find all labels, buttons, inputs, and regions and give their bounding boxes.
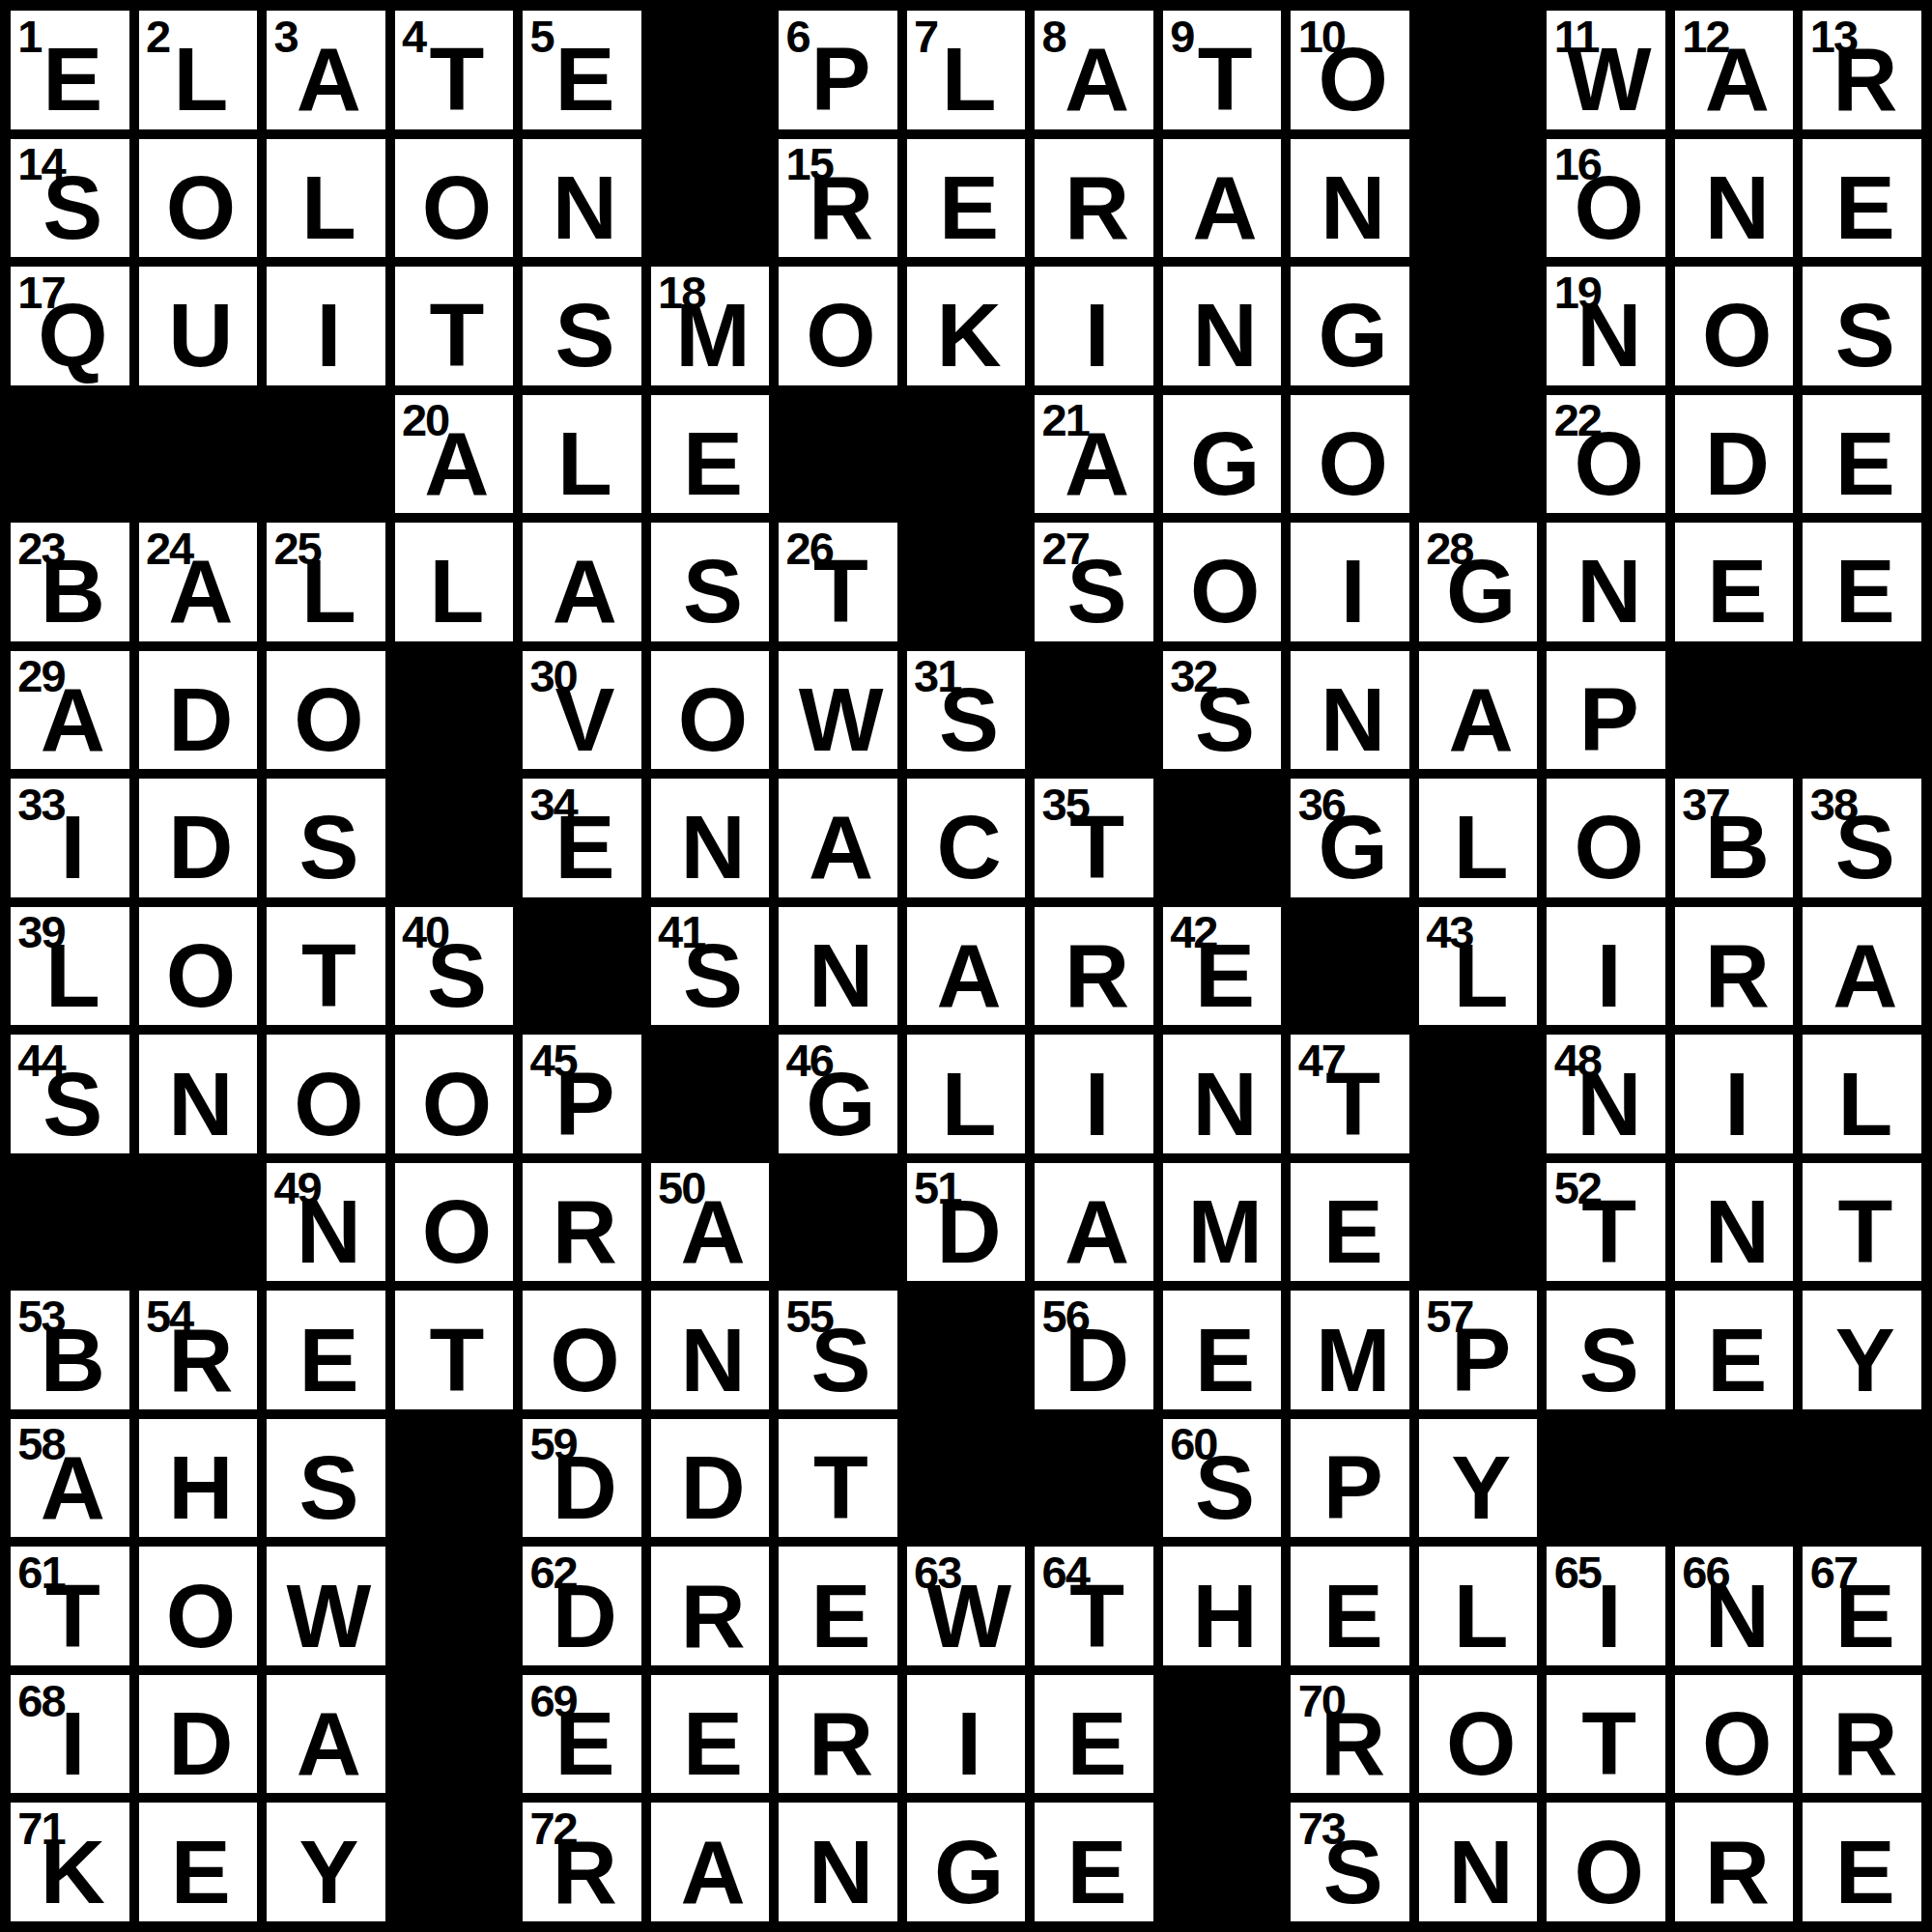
cell-r11c1[interactable]: 53B — [6, 1286, 134, 1414]
cell-r14c8[interactable]: I — [902, 1670, 1031, 1799]
cell-r10c13[interactable]: 52T — [1542, 1158, 1670, 1287]
cell-r6c2[interactable]: D — [134, 646, 263, 775]
cell-r6c8[interactable]: 31S — [902, 646, 1031, 775]
cell-r5c11[interactable]: I — [1286, 518, 1414, 646]
cell-r13c6[interactable]: R — [646, 1542, 775, 1670]
cell-r9c13[interactable]: 48N — [1542, 1030, 1670, 1158]
cell-r10c5[interactable]: R — [518, 1158, 646, 1287]
cell-r2c14[interactable]: N — [1670, 134, 1799, 263]
black-cell-r6c14 — [1670, 646, 1799, 775]
cell-r12c5[interactable]: 59D — [518, 1414, 646, 1543]
cell-r11c3[interactable]: E — [262, 1286, 390, 1414]
cell-r1c4[interactable]: 4T — [390, 6, 519, 134]
cell-r4c15[interactable]: E — [1798, 390, 1926, 519]
cell-r14c6[interactable]: E — [646, 1670, 775, 1799]
cell-r2c8[interactable]: E — [902, 134, 1031, 263]
cell-r4c14[interactable]: D — [1670, 390, 1799, 519]
cell-r9c8[interactable]: L — [902, 1030, 1031, 1158]
cell-letter: O — [395, 1060, 514, 1150]
cell-r9c14[interactable]: I — [1670, 1030, 1799, 1158]
cell-r6c1[interactable]: 29A — [6, 646, 134, 775]
cell-letter: W — [907, 1572, 1026, 1662]
cell-r14c5[interactable]: 69E — [518, 1670, 646, 1799]
cell-letter: Y — [1419, 1443, 1538, 1533]
cell-r3c8[interactable]: K — [902, 262, 1031, 390]
cell-r13c7[interactable]: E — [774, 1542, 902, 1670]
cell-r11c6[interactable]: N — [646, 1286, 775, 1414]
cell-r12c7[interactable]: T — [774, 1414, 902, 1543]
cell-r5c13[interactable]: N — [1542, 518, 1670, 646]
cell-letter: E — [523, 1699, 641, 1789]
black-cell-r7c4 — [390, 774, 519, 902]
cell-letter: E — [651, 419, 770, 509]
cell-r15c1[interactable]: 71K — [6, 1798, 134, 1926]
cell-r4c10[interactable]: G — [1158, 390, 1287, 519]
cell-r13c9[interactable]: 64T — [1030, 1542, 1158, 1670]
cell-letter: L — [1419, 1572, 1538, 1662]
cell-r9c7[interactable]: 46G — [774, 1030, 902, 1158]
cell-r6c12[interactable]: A — [1414, 646, 1543, 775]
cell-r3c13[interactable]: 19N — [1542, 262, 1670, 390]
cell-r3c1[interactable]: 17Q — [6, 262, 134, 390]
cell-r12c3[interactable]: S — [262, 1414, 390, 1543]
cell-r4c9[interactable]: 21A — [1030, 390, 1158, 519]
cell-letter: B — [1675, 803, 1794, 893]
cell-r12c6[interactable]: D — [646, 1414, 775, 1543]
cell-r13c5[interactable]: 62D — [518, 1542, 646, 1670]
cell-letter: L — [1803, 1060, 1921, 1150]
cell-letter: H — [1163, 1572, 1282, 1662]
cell-r6c3[interactable]: O — [262, 646, 390, 775]
cell-letter: Q — [11, 291, 129, 381]
cell-r1c2[interactable]: 2L — [134, 6, 263, 134]
cell-r2c2[interactable]: O — [134, 134, 263, 263]
cell-r1c9[interactable]: 8A — [1030, 6, 1158, 134]
black-cell-r6c4 — [390, 646, 519, 775]
black-cell-r2c6 — [646, 134, 775, 263]
cell-letter: M — [1291, 1316, 1409, 1406]
cell-r14c14[interactable]: O — [1670, 1670, 1799, 1799]
cell-letter: I — [1547, 1572, 1665, 1662]
cell-letter: I — [1035, 1060, 1153, 1150]
cell-r15c7[interactable]: N — [774, 1798, 902, 1926]
cell-r6c10[interactable]: 32S — [1158, 646, 1287, 775]
cell-r13c8[interactable]: 63W — [902, 1542, 1031, 1670]
cell-letter: A — [1035, 1187, 1153, 1277]
cell-r8c6[interactable]: 41S — [646, 902, 775, 1031]
cell-letter: O — [395, 1187, 514, 1277]
cell-letter: O — [267, 1060, 385, 1150]
cell-r9c10[interactable]: N — [1158, 1030, 1287, 1158]
cell-letter: G — [779, 1060, 897, 1150]
cell-letter: L — [267, 163, 385, 253]
cell-r7c14[interactable]: 37B — [1670, 774, 1799, 902]
cell-r1c13[interactable]: 11W — [1542, 6, 1670, 134]
cell-r6c13[interactable]: P — [1542, 646, 1670, 775]
cell-letter: S — [1547, 1316, 1665, 1406]
cell-r11c14[interactable]: E — [1670, 1286, 1799, 1414]
cell-r15c2[interactable]: E — [134, 1798, 263, 1926]
cell-letter: R — [523, 1828, 641, 1918]
cell-letter: R — [139, 1316, 258, 1406]
cell-r15c13[interactable]: O — [1542, 1798, 1670, 1926]
cell-letter: S — [523, 291, 641, 381]
cell-r10c10[interactable]: M — [1158, 1158, 1287, 1287]
cell-r7c6[interactable]: N — [646, 774, 775, 902]
cell-r10c8[interactable]: 51D — [902, 1158, 1031, 1287]
cell-letter: T — [395, 291, 514, 381]
cell-r9c4[interactable]: O — [390, 1030, 519, 1158]
cell-r4c13[interactable]: 22O — [1542, 390, 1670, 519]
cell-r5c15[interactable]: E — [1798, 518, 1926, 646]
cell-r10c6[interactable]: 50A — [646, 1158, 775, 1287]
cell-r5c4[interactable]: L — [390, 518, 519, 646]
cell-r7c7[interactable]: A — [774, 774, 902, 902]
cell-r9c5[interactable]: 45P — [518, 1030, 646, 1158]
cell-letter: U — [139, 291, 258, 381]
black-cell-r4c7 — [774, 390, 902, 519]
cell-r3c5[interactable]: S — [518, 262, 646, 390]
cell-r10c14[interactable]: N — [1670, 1158, 1799, 1287]
cell-r14c12[interactable]: O — [1414, 1670, 1543, 1799]
cell-r5c12[interactable]: 28G — [1414, 518, 1543, 646]
cell-r3c11[interactable]: G — [1286, 262, 1414, 390]
cell-letter: O — [1419, 1699, 1538, 1789]
cell-r11c7[interactable]: 55S — [774, 1286, 902, 1414]
cell-r15c5[interactable]: 72R — [518, 1798, 646, 1926]
cell-r15c14[interactable]: R — [1670, 1798, 1799, 1926]
cell-r13c12[interactable]: L — [1414, 1542, 1543, 1670]
cell-r5c14[interactable]: E — [1670, 518, 1799, 646]
cell-r4c11[interactable]: O — [1286, 390, 1414, 519]
cell-r9c1[interactable]: 44S — [6, 1030, 134, 1158]
cell-r5c5[interactable]: A — [518, 518, 646, 646]
cell-letter: E — [779, 1572, 897, 1662]
cell-r7c12[interactable]: L — [1414, 774, 1543, 902]
cell-letter: O — [395, 163, 514, 253]
cell-r5c2[interactable]: 24A — [134, 518, 263, 646]
cell-r10c4[interactable]: O — [390, 1158, 519, 1287]
cell-letter: E — [1035, 1828, 1153, 1918]
cell-r5c9[interactable]: 27S — [1030, 518, 1158, 646]
cell-letter: R — [1035, 931, 1153, 1021]
cell-r14c13[interactable]: T — [1542, 1670, 1670, 1799]
cell-letter: R — [1675, 931, 1794, 1021]
cell-r14c7[interactable]: R — [774, 1670, 902, 1799]
cell-letter: L — [11, 931, 129, 1021]
cell-r11c9[interactable]: 56D — [1030, 1286, 1158, 1414]
cell-r8c13[interactable]: I — [1542, 902, 1670, 1031]
cell-r6c11[interactable]: N — [1286, 646, 1414, 775]
cell-letter: S — [651, 931, 770, 1021]
cell-r14c15[interactable]: R — [1798, 1670, 1926, 1799]
black-cell-r12c8 — [902, 1414, 1031, 1543]
cell-r15c3[interactable]: Y — [262, 1798, 390, 1926]
cell-r13c3[interactable]: W — [262, 1542, 390, 1670]
cell-r8c7[interactable]: N — [774, 902, 902, 1031]
cell-letter: E — [651, 1699, 770, 1789]
cell-r11c12[interactable]: 57P — [1414, 1286, 1543, 1414]
black-cell-r5c8 — [902, 518, 1031, 646]
cell-r6c7[interactable]: W — [774, 646, 902, 775]
black-cell-r14c4 — [390, 1670, 519, 1799]
cell-letter: Y — [1803, 1316, 1921, 1406]
cell-letter: S — [779, 1316, 897, 1406]
black-cell-r1c6 — [646, 6, 775, 134]
cell-r13c10[interactable]: H — [1158, 1542, 1287, 1670]
cell-r15c8[interactable]: G — [902, 1798, 1031, 1926]
cell-r1c7[interactable]: 6P — [774, 6, 902, 134]
cell-r7c2[interactable]: D — [134, 774, 263, 902]
cell-letter: A — [267, 35, 385, 125]
cell-r13c11[interactable]: E — [1286, 1542, 1414, 1670]
cell-r7c5[interactable]: 34E — [518, 774, 646, 902]
cell-r13c2[interactable]: O — [134, 1542, 263, 1670]
cell-r1c3[interactable]: 3A — [262, 6, 390, 134]
cell-r12c10[interactable]: 60S — [1158, 1414, 1287, 1543]
cell-r12c1[interactable]: 58A — [6, 1414, 134, 1543]
cell-r5c7[interactable]: 26T — [774, 518, 902, 646]
cell-letter: D — [1035, 1316, 1153, 1406]
cell-r8c8[interactable]: A — [902, 902, 1031, 1031]
cell-letter: O — [1547, 803, 1665, 893]
cell-letter: R — [1803, 1699, 1921, 1789]
cell-letter: E — [1803, 419, 1921, 509]
cell-r6c6[interactable]: O — [646, 646, 775, 775]
cell-r8c3[interactable]: T — [262, 902, 390, 1031]
cell-r1c11[interactable]: 10O — [1286, 6, 1414, 134]
cell-r2c13[interactable]: 16O — [1542, 134, 1670, 263]
cell-letter: O — [1675, 1699, 1794, 1789]
cell-r12c2[interactable]: H — [134, 1414, 263, 1543]
cell-letter: D — [139, 803, 258, 893]
cell-r13c15[interactable]: 67E — [1798, 1542, 1926, 1670]
cell-r7c15[interactable]: 38S — [1798, 774, 1926, 902]
cell-r15c12[interactable]: N — [1414, 1798, 1543, 1926]
cell-letter: O — [139, 931, 258, 1021]
cell-letter: A — [651, 1828, 770, 1918]
cell-r6c5[interactable]: 30V — [518, 646, 646, 775]
cell-letter: A — [1035, 419, 1153, 509]
cell-letter: N — [1675, 1572, 1794, 1662]
cell-letter: G — [1291, 291, 1409, 381]
cell-letter: E — [267, 1316, 385, 1406]
cell-r9c2[interactable]: N — [134, 1030, 263, 1158]
cell-r3c4[interactable]: T — [390, 262, 519, 390]
cell-r4c4[interactable]: 20A — [390, 390, 519, 519]
black-cell-r10c12 — [1414, 1158, 1543, 1287]
cell-r11c5[interactable]: O — [518, 1286, 646, 1414]
cell-letter: S — [907, 675, 1026, 765]
cell-letter: N — [1547, 547, 1665, 637]
cell-letter: S — [651, 547, 770, 637]
cell-letter: R — [651, 1572, 770, 1662]
cell-letter: T — [395, 1316, 514, 1406]
cell-r3c2[interactable]: U — [134, 262, 263, 390]
cell-r5c1[interactable]: 23B — [6, 518, 134, 646]
cell-letter: N — [1675, 163, 1794, 253]
cell-r7c13[interactable]: O — [1542, 774, 1670, 902]
cell-r9c11[interactable]: 47T — [1286, 1030, 1414, 1158]
cell-r1c8[interactable]: 7L — [902, 6, 1031, 134]
black-cell-r8c11 — [1286, 902, 1414, 1031]
cell-r7c8[interactable]: C — [902, 774, 1031, 902]
cell-letter: L — [267, 547, 385, 637]
cell-r11c13[interactable]: S — [1542, 1286, 1670, 1414]
cell-r10c11[interactable]: E — [1286, 1158, 1414, 1287]
cell-r7c11[interactable]: 36G — [1286, 774, 1414, 902]
cell-letter: I — [11, 803, 129, 893]
cell-letter: O — [1163, 547, 1282, 637]
black-cell-r4c1 — [6, 390, 134, 519]
cell-r15c6[interactable]: A — [646, 1798, 775, 1926]
cell-r8c14[interactable]: R — [1670, 902, 1799, 1031]
cell-r15c9[interactable]: E — [1030, 1798, 1158, 1926]
cell-r14c1[interactable]: 68I — [6, 1670, 134, 1799]
cell-letter: N — [651, 1316, 770, 1406]
cell-letter: S — [267, 803, 385, 893]
cell-letter: R — [1803, 35, 1921, 125]
cell-r14c3[interactable]: A — [262, 1670, 390, 1799]
cell-letter: S — [1163, 675, 1282, 765]
cell-r2c7[interactable]: 15R — [774, 134, 902, 263]
cell-letter: A — [779, 803, 897, 893]
cell-r2c9[interactable]: R — [1030, 134, 1158, 263]
black-cell-r3c12 — [1414, 262, 1543, 390]
cell-r12c11[interactable]: P — [1286, 1414, 1414, 1543]
cell-r1c14[interactable]: 12A — [1670, 6, 1799, 134]
cell-letter: M — [651, 291, 770, 381]
cell-r13c14[interactable]: 66N — [1670, 1542, 1799, 1670]
cell-r10c3[interactable]: 49N — [262, 1158, 390, 1287]
cell-r8c15[interactable]: A — [1798, 902, 1926, 1031]
cell-r5c6[interactable]: S — [646, 518, 775, 646]
cell-r3c6[interactable]: 18M — [646, 262, 775, 390]
cell-letter: T — [1547, 1187, 1665, 1277]
cell-r8c9[interactable]: R — [1030, 902, 1158, 1031]
cell-r11c2[interactable]: 54R — [134, 1286, 263, 1414]
cell-r3c10[interactable]: N — [1158, 262, 1287, 390]
cell-r14c9[interactable]: E — [1030, 1670, 1158, 1799]
black-cell-r9c12 — [1414, 1030, 1543, 1158]
cell-letter: R — [779, 1699, 897, 1789]
cell-r11c15[interactable]: Y — [1798, 1286, 1926, 1414]
cell-r8c10[interactable]: 42E — [1158, 902, 1287, 1031]
cell-r9c9[interactable]: I — [1030, 1030, 1158, 1158]
cell-letter: N — [1547, 1060, 1665, 1150]
cell-r7c3[interactable]: S — [262, 774, 390, 902]
cell-r12c12[interactable]: Y — [1414, 1414, 1543, 1543]
cell-letter: O — [651, 675, 770, 765]
cell-r13c1[interactable]: 61T — [6, 1542, 134, 1670]
cell-r11c11[interactable]: M — [1286, 1286, 1414, 1414]
cell-r14c2[interactable]: D — [134, 1670, 263, 1799]
black-cell-r1c12 — [1414, 6, 1543, 134]
cell-r3c7[interactable]: O — [774, 262, 902, 390]
black-cell-r10c7 — [774, 1158, 902, 1287]
cell-r7c9[interactable]: 35T — [1030, 774, 1158, 902]
cell-r2c1[interactable]: 14S — [6, 134, 134, 263]
cell-letter: M — [1163, 1187, 1282, 1277]
cell-letter: O — [267, 675, 385, 765]
cell-letter: D — [651, 1443, 770, 1533]
cell-r8c1[interactable]: 39L — [6, 902, 134, 1031]
cell-letter: G — [1419, 547, 1538, 637]
cell-r3c14[interactable]: O — [1670, 262, 1799, 390]
cell-letter: T — [11, 1572, 129, 1662]
cell-r5c3[interactable]: 25L — [262, 518, 390, 646]
cell-r10c15[interactable]: T — [1798, 1158, 1926, 1287]
cell-letter: L — [907, 35, 1026, 125]
black-cell-r4c8 — [902, 390, 1031, 519]
cell-letter: N — [1675, 1187, 1794, 1277]
cell-letter: D — [139, 675, 258, 765]
cell-r4c5[interactable]: L — [518, 390, 646, 519]
cell-r2c11[interactable]: N — [1286, 134, 1414, 263]
cell-letter: O — [1547, 419, 1665, 509]
cell-letter: S — [1803, 803, 1921, 893]
cell-letter: A — [523, 547, 641, 637]
black-cell-r12c13 — [1542, 1414, 1670, 1543]
cell-r2c5[interactable]: N — [518, 134, 646, 263]
cell-r7c1[interactable]: 33I — [6, 774, 134, 902]
cell-letter: O — [1547, 163, 1665, 253]
cell-letter: A — [907, 931, 1026, 1021]
cell-letter: L — [139, 35, 258, 125]
black-cell-r12c4 — [390, 1414, 519, 1543]
cell-r13c13[interactable]: 65I — [1542, 1542, 1670, 1670]
cell-r2c15[interactable]: E — [1798, 134, 1926, 263]
cell-r11c10[interactable]: E — [1158, 1286, 1287, 1414]
cell-letter: E — [523, 35, 641, 125]
cell-letter: N — [1163, 291, 1282, 381]
cell-r10c9[interactable]: A — [1030, 1158, 1158, 1287]
cell-letter: T — [1291, 1060, 1409, 1150]
cell-r1c1[interactable]: 1E — [6, 6, 134, 134]
cell-letter: T — [1547, 1699, 1665, 1789]
cell-letter: A — [11, 675, 129, 765]
cell-r15c11[interactable]: 73S — [1286, 1798, 1414, 1926]
cell-letter: T — [1163, 35, 1282, 125]
cell-r9c15[interactable]: L — [1798, 1030, 1926, 1158]
cell-letter: S — [11, 1060, 129, 1150]
cell-r5c10[interactable]: O — [1158, 518, 1287, 646]
cell-r3c3[interactable]: I — [262, 262, 390, 390]
cell-r11c4[interactable]: T — [390, 1286, 519, 1414]
cell-letter: A — [1419, 675, 1538, 765]
cell-r2c3[interactable]: L — [262, 134, 390, 263]
crossword-board: 1E2L3A4T5E6P7L8A9T10O11W12A13R14SOLON15R… — [0, 0, 1932, 1932]
cell-r8c4[interactable]: 40S — [390, 902, 519, 1031]
cell-r9c3[interactable]: O — [262, 1030, 390, 1158]
black-cell-r12c9 — [1030, 1414, 1158, 1543]
cell-r15c15[interactable]: E — [1798, 1798, 1926, 1926]
cell-letter: K — [11, 1828, 129, 1918]
cell-letter: O — [1291, 35, 1409, 125]
cell-r8c2[interactable]: O — [134, 902, 263, 1031]
cell-letter: E — [523, 803, 641, 893]
cell-r3c15[interactable]: S — [1798, 262, 1926, 390]
cell-r8c12[interactable]: 43L — [1414, 902, 1543, 1031]
cell-r14c11[interactable]: 70R — [1286, 1670, 1414, 1799]
cell-r2c10[interactable]: A — [1158, 134, 1287, 263]
cell-r1c15[interactable]: 13R — [1798, 6, 1926, 134]
cell-r1c10[interactable]: 9T — [1158, 6, 1287, 134]
cell-r1c5[interactable]: 5E — [518, 6, 646, 134]
cell-r4c6[interactable]: E — [646, 390, 775, 519]
cell-r3c9[interactable]: I — [1030, 262, 1158, 390]
cell-r2c4[interactable]: O — [390, 134, 519, 263]
